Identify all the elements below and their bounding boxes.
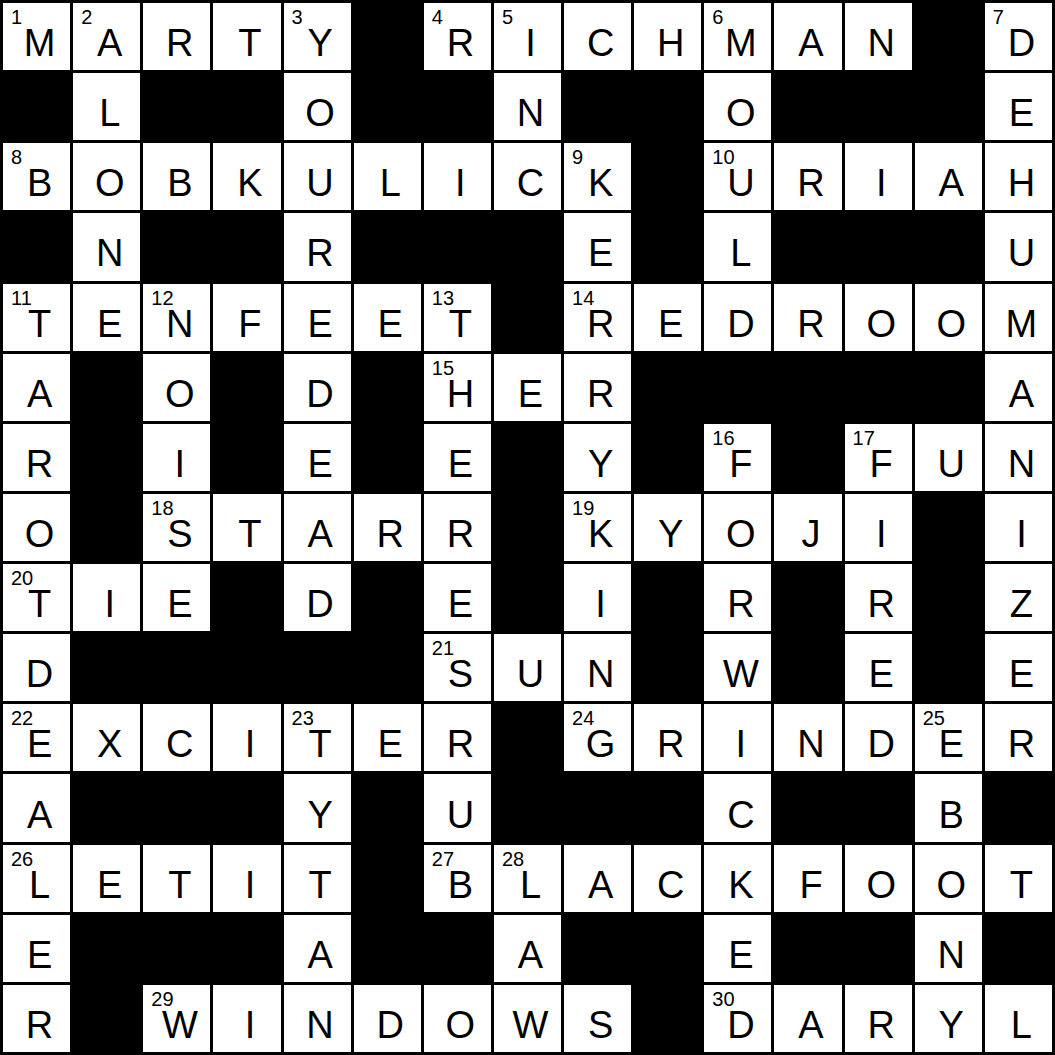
block-r1c8: [564, 73, 631, 140]
cell-r5c4[interactable]: D: [284, 354, 351, 421]
cell-r4c1[interactable]: E: [73, 284, 140, 351]
block-r11c8: [564, 774, 631, 841]
cell-r12c4[interactable]: T: [284, 845, 351, 912]
cell-r4c10[interactable]: D: [704, 284, 771, 351]
cell-letter: N: [845, 3, 912, 70]
cell-r12c6[interactable]: 27B: [424, 845, 491, 912]
cell-letter: B: [424, 845, 491, 912]
cell-r1c10[interactable]: O: [704, 73, 771, 140]
cell-r2c13[interactable]: A: [915, 143, 982, 210]
block-r8c9: [634, 564, 701, 631]
cell-letter: E: [564, 213, 631, 280]
cell-r0c6[interactable]: 4R: [424, 3, 491, 70]
cell-r4c0[interactable]: 11T: [3, 284, 70, 351]
cell-letter: F: [845, 424, 912, 491]
cell-r13c0[interactable]: E: [3, 915, 70, 982]
block-r6c11: [774, 424, 841, 491]
cell-r10c12[interactable]: D: [845, 704, 912, 771]
cell-r10c6[interactable]: R: [424, 704, 491, 771]
cell-r8c4[interactable]: D: [284, 564, 351, 631]
cell-r7c8[interactable]: 19K: [564, 494, 631, 561]
cell-letter: A: [3, 354, 70, 421]
block-r12c5: [354, 845, 421, 912]
cell-letter: U: [704, 143, 771, 210]
cell-r4c3[interactable]: F: [213, 284, 280, 351]
cell-letter: D: [985, 3, 1052, 70]
cell-r10c0[interactable]: 22E: [3, 704, 70, 771]
cell-r2c2[interactable]: B: [143, 143, 210, 210]
cell-r9c0[interactable]: D: [3, 634, 70, 701]
cell-r10c13[interactable]: 25E: [915, 704, 982, 771]
cell-r6c0[interactable]: R: [3, 424, 70, 491]
block-r6c1: [73, 424, 140, 491]
cell-letter: E: [284, 424, 351, 491]
block-r1c12: [845, 73, 912, 140]
cell-r11c13[interactable]: B: [915, 774, 982, 841]
cell-r2c14[interactable]: H: [985, 143, 1052, 210]
cell-letter: N: [564, 634, 631, 701]
block-r1c9: [634, 73, 701, 140]
cell-letter: E: [3, 704, 70, 771]
block-r5c5: [354, 354, 421, 421]
cell-r2c12[interactable]: I: [845, 143, 912, 210]
cell-letter: R: [704, 564, 771, 631]
cell-letter: E: [424, 424, 491, 491]
cell-letter: U: [494, 634, 561, 701]
cell-r4c4[interactable]: E: [284, 284, 351, 351]
block-r5c3: [213, 354, 280, 421]
cell-r6c13[interactable]: U: [915, 424, 982, 491]
cell-r2c10[interactable]: 10U: [704, 143, 771, 210]
cell-r11c6[interactable]: U: [424, 774, 491, 841]
cell-r6c6[interactable]: E: [424, 424, 491, 491]
cell-letter: I: [845, 494, 912, 561]
cell-r5c2[interactable]: O: [143, 354, 210, 421]
cell-r9c6[interactable]: 21S: [424, 634, 491, 701]
cell-letter: E: [73, 284, 140, 351]
cell-r4c13[interactable]: O: [915, 284, 982, 351]
cell-letter: E: [985, 634, 1052, 701]
cell-letter: E: [3, 915, 70, 982]
cell-letter: E: [73, 845, 140, 912]
cell-r11c0[interactable]: A: [3, 774, 70, 841]
cell-letter: L: [354, 143, 421, 210]
cell-r2c3[interactable]: K: [213, 143, 280, 210]
cell-letter: B: [3, 143, 70, 210]
block-r9c9: [634, 634, 701, 701]
cell-r12c9[interactable]: C: [634, 845, 701, 912]
cell-letter: A: [284, 494, 351, 561]
cell-letter: T: [213, 3, 280, 70]
cell-letter: U: [915, 424, 982, 491]
cell-r3c1[interactable]: N: [73, 213, 140, 280]
cell-letter: F: [704, 424, 771, 491]
cell-r0c4[interactable]: 3Y: [284, 3, 351, 70]
cell-letter: B: [915, 774, 982, 841]
block-r3c7: [494, 213, 561, 280]
cell-r10c10[interactable]: I: [704, 704, 771, 771]
block-r5c9: [634, 354, 701, 421]
cell-letter: E: [634, 284, 701, 351]
cell-r6c14[interactable]: N: [985, 424, 1052, 491]
cell-r2c8[interactable]: 9K: [564, 143, 631, 210]
cell-r4c9[interactable]: E: [634, 284, 701, 351]
cell-r1c7[interactable]: N: [494, 73, 561, 140]
cell-r5c7[interactable]: E: [494, 354, 561, 421]
cell-r2c6[interactable]: I: [424, 143, 491, 210]
block-r3c11: [774, 213, 841, 280]
cell-r6c8[interactable]: Y: [564, 424, 631, 491]
cell-letter: C: [634, 845, 701, 912]
cell-letter: L: [985, 985, 1052, 1052]
block-r1c0: [3, 73, 70, 140]
cell-r10c8[interactable]: 24G: [564, 704, 631, 771]
cell-r4c6[interactable]: 13T: [424, 284, 491, 351]
cell-r6c4[interactable]: E: [284, 424, 351, 491]
cell-r10c9[interactable]: R: [634, 704, 701, 771]
cell-r11c10[interactable]: C: [704, 774, 771, 841]
cell-letter: I: [213, 845, 280, 912]
block-r8c11: [774, 564, 841, 631]
cell-r0c12[interactable]: N: [845, 3, 912, 70]
cell-letter: E: [985, 73, 1052, 140]
cell-letter: A: [73, 3, 140, 70]
block-r5c10: [704, 354, 771, 421]
cell-r10c5[interactable]: E: [354, 704, 421, 771]
block-r7c13: [915, 494, 982, 561]
cell-r2c5[interactable]: L: [354, 143, 421, 210]
cell-letter: U: [985, 213, 1052, 280]
cell-r12c8[interactable]: A: [564, 845, 631, 912]
cell-r12c1[interactable]: E: [73, 845, 140, 912]
cell-letter: I: [845, 143, 912, 210]
cell-letter: A: [985, 354, 1052, 421]
cell-r2c0[interactable]: 8B: [3, 143, 70, 210]
cell-letter: L: [3, 845, 70, 912]
cell-letter: A: [3, 774, 70, 841]
cell-letter: T: [213, 494, 280, 561]
block-r3c9: [634, 213, 701, 280]
cell-r1c4[interactable]: O: [284, 73, 351, 140]
cell-letter: F: [774, 845, 841, 912]
cell-letter: A: [774, 3, 841, 70]
cell-letter: X: [73, 704, 140, 771]
block-r5c12: [845, 354, 912, 421]
cell-r5c6[interactable]: 15H: [424, 354, 491, 421]
cell-r0c9[interactable]: H: [634, 3, 701, 70]
cell-r3c8[interactable]: E: [564, 213, 631, 280]
cell-r12c13[interactable]: O: [915, 845, 982, 912]
cell-r7c2[interactable]: 18S: [143, 494, 210, 561]
cell-letter: T: [284, 704, 351, 771]
cell-letter: D: [845, 704, 912, 771]
cell-r0c10[interactable]: 6M: [704, 3, 771, 70]
cell-r2c1[interactable]: O: [73, 143, 140, 210]
cell-r9c10[interactable]: W: [704, 634, 771, 701]
cell-letter: R: [845, 564, 912, 631]
cell-r3c14[interactable]: U: [985, 213, 1052, 280]
cell-r8c0[interactable]: 20T: [3, 564, 70, 631]
cell-letter: E: [143, 564, 210, 631]
cell-r2c11[interactable]: R: [774, 143, 841, 210]
cell-letter: A: [564, 845, 631, 912]
cell-r12c2[interactable]: T: [143, 845, 210, 912]
cell-letter: E: [704, 915, 771, 982]
cell-r7c12[interactable]: I: [845, 494, 912, 561]
cell-r7c10[interactable]: O: [704, 494, 771, 561]
block-r13c9: [634, 915, 701, 982]
cell-r12c10[interactable]: K: [704, 845, 771, 912]
cell-letter: U: [424, 774, 491, 841]
block-r1c2: [143, 73, 210, 140]
cell-letter: B: [143, 143, 210, 210]
cell-r7c11[interactable]: J: [774, 494, 841, 561]
cell-letter: L: [494, 845, 561, 912]
cell-letter: R: [354, 494, 421, 561]
cell-letter: A: [774, 985, 841, 1052]
block-r1c13: [915, 73, 982, 140]
block-r11c5: [354, 774, 421, 841]
cell-r14c11[interactable]: A: [774, 985, 841, 1052]
block-r0c13: [915, 3, 982, 70]
cell-letter: Y: [915, 985, 982, 1052]
cell-r0c0[interactable]: 1M: [3, 3, 70, 70]
cell-r7c14[interactable]: I: [985, 494, 1052, 561]
cell-r2c7[interactable]: C: [494, 143, 561, 210]
cell-r12c3[interactable]: I: [213, 845, 280, 912]
cell-letter: T: [284, 845, 351, 912]
block-r3c13: [915, 213, 982, 280]
cell-r7c3[interactable]: T: [213, 494, 280, 561]
cell-r0c7[interactable]: 5I: [494, 3, 561, 70]
block-r13c2: [143, 915, 210, 982]
cell-r12c0[interactable]: 26L: [3, 845, 70, 912]
cell-r13c13[interactable]: N: [915, 915, 982, 982]
cell-letter: O: [704, 73, 771, 140]
cell-r4c5[interactable]: E: [354, 284, 421, 351]
cell-r7c6[interactable]: R: [424, 494, 491, 561]
block-r3c5: [354, 213, 421, 280]
cell-letter: W: [143, 985, 210, 1052]
cell-letter: M: [704, 3, 771, 70]
cell-r0c8[interactable]: C: [564, 3, 631, 70]
cell-r0c14[interactable]: 7D: [985, 3, 1052, 70]
cell-r14c2[interactable]: 29W: [143, 985, 210, 1052]
cell-r10c11[interactable]: N: [774, 704, 841, 771]
cell-letter: C: [494, 143, 561, 210]
cell-r4c11[interactable]: R: [774, 284, 841, 351]
cell-r8c8[interactable]: I: [564, 564, 631, 631]
block-r1c3: [213, 73, 280, 140]
cell-r6c12[interactable]: 17F: [845, 424, 912, 491]
cell-r14c14[interactable]: L: [985, 985, 1052, 1052]
cell-r13c7[interactable]: A: [494, 915, 561, 982]
cell-r14c4[interactable]: N: [284, 985, 351, 1052]
cell-r4c14[interactable]: M: [985, 284, 1052, 351]
cell-r0c11[interactable]: A: [774, 3, 841, 70]
cell-r12c11[interactable]: F: [774, 845, 841, 912]
cell-letter: T: [424, 284, 491, 351]
block-r9c13: [915, 634, 982, 701]
cell-r0c2[interactable]: R: [143, 3, 210, 70]
cell-letter: O: [915, 845, 982, 912]
cell-r10c3[interactable]: I: [213, 704, 280, 771]
cell-letter: Y: [564, 424, 631, 491]
cell-r7c0[interactable]: O: [3, 494, 70, 561]
cell-letter: R: [284, 213, 351, 280]
cell-r7c4[interactable]: A: [284, 494, 351, 561]
cell-letter: T: [3, 284, 70, 351]
cell-letter: E: [354, 704, 421, 771]
cell-r8c6[interactable]: E: [424, 564, 491, 631]
cell-r9c14[interactable]: E: [985, 634, 1052, 701]
cell-letter: E: [494, 354, 561, 421]
cell-letter: S: [143, 494, 210, 561]
cell-r4c12[interactable]: O: [845, 284, 912, 351]
cell-r12c12[interactable]: O: [845, 845, 912, 912]
cell-letter: I: [564, 564, 631, 631]
cell-letter: O: [3, 494, 70, 561]
cell-r10c4[interactable]: 23T: [284, 704, 351, 771]
cell-r14c3[interactable]: I: [213, 985, 280, 1052]
cell-letter: N: [985, 424, 1052, 491]
cell-r5c14[interactable]: A: [985, 354, 1052, 421]
block-r5c11: [774, 354, 841, 421]
block-r0c5: [354, 3, 421, 70]
block-r1c5: [354, 73, 421, 140]
cell-r1c1[interactable]: L: [73, 73, 140, 140]
block-r6c3: [213, 424, 280, 491]
cell-r0c3[interactable]: T: [213, 3, 280, 70]
cell-r7c9[interactable]: Y: [634, 494, 701, 561]
block-r10c7: [494, 704, 561, 771]
cell-letter: F: [213, 284, 280, 351]
cell-letter: N: [494, 73, 561, 140]
cell-letter: K: [704, 845, 771, 912]
block-r11c12: [845, 774, 912, 841]
cell-letter: N: [73, 213, 140, 280]
cell-letter: D: [704, 985, 771, 1052]
cell-r10c14[interactable]: R: [985, 704, 1052, 771]
cell-letter: O: [704, 494, 771, 561]
cell-letter: R: [3, 424, 70, 491]
cell-r3c4[interactable]: R: [284, 213, 351, 280]
cell-r9c8[interactable]: N: [564, 634, 631, 701]
block-r9c11: [774, 634, 841, 701]
block-r7c7: [494, 494, 561, 561]
cell-r6c2[interactable]: I: [143, 424, 210, 491]
cell-r14c13[interactable]: Y: [915, 985, 982, 1052]
cell-r3c10[interactable]: L: [704, 213, 771, 280]
block-r1c11: [774, 73, 841, 140]
cell-r12c14[interactable]: T: [985, 845, 1052, 912]
cell-r13c4[interactable]: A: [284, 915, 351, 982]
block-r11c2: [143, 774, 210, 841]
block-r5c13: [915, 354, 982, 421]
cell-letter: T: [143, 845, 210, 912]
cell-r8c10[interactable]: R: [704, 564, 771, 631]
cell-r2c4[interactable]: U: [284, 143, 351, 210]
cell-letter: C: [564, 3, 631, 70]
block-r11c9: [634, 774, 701, 841]
cell-r6c10[interactable]: 16F: [704, 424, 771, 491]
cell-r5c0[interactable]: A: [3, 354, 70, 421]
cell-r14c10[interactable]: 30D: [704, 985, 771, 1052]
cell-r14c12[interactable]: R: [845, 985, 912, 1052]
cell-letter: K: [564, 494, 631, 561]
cell-r8c1[interactable]: I: [73, 564, 140, 631]
block-r13c12: [845, 915, 912, 982]
block-r13c1: [73, 915, 140, 982]
cell-letter: Y: [634, 494, 701, 561]
cell-r7c5[interactable]: R: [354, 494, 421, 561]
cell-letter: K: [564, 143, 631, 210]
cell-r14c7[interactable]: W: [494, 985, 561, 1052]
cell-letter: S: [424, 634, 491, 701]
block-r9c3: [213, 634, 280, 701]
cell-letter: R: [985, 704, 1052, 771]
cell-letter: W: [704, 634, 771, 701]
block-r3c6: [424, 213, 491, 280]
block-r11c11: [774, 774, 841, 841]
cell-letter: R: [424, 3, 491, 70]
block-r9c1: [73, 634, 140, 701]
cell-letter: O: [284, 73, 351, 140]
cell-letter: D: [284, 564, 351, 631]
cell-letter: O: [143, 354, 210, 421]
cell-letter: R: [3, 985, 70, 1052]
cell-r5c8[interactable]: R: [564, 354, 631, 421]
block-r9c2: [143, 634, 210, 701]
cell-r13c10[interactable]: E: [704, 915, 771, 982]
block-r5c1: [73, 354, 140, 421]
cell-r8c12[interactable]: R: [845, 564, 912, 631]
cell-r10c1[interactable]: X: [73, 704, 140, 771]
cell-r8c14[interactable]: Z: [985, 564, 1052, 631]
cell-letter: N: [284, 985, 351, 1052]
cell-r1c14[interactable]: E: [985, 73, 1052, 140]
block-r3c2: [143, 213, 210, 280]
cell-letter: C: [704, 774, 771, 841]
cell-r14c6[interactable]: O: [424, 985, 491, 1052]
cell-letter: R: [424, 494, 491, 561]
cell-r0c1[interactable]: 2A: [73, 3, 140, 70]
cell-letter: T: [985, 845, 1052, 912]
cell-r14c8[interactable]: S: [564, 985, 631, 1052]
block-r13c5: [354, 915, 421, 982]
cell-r14c0[interactable]: R: [3, 985, 70, 1052]
cell-r4c8[interactable]: 14R: [564, 284, 631, 351]
cell-r14c5[interactable]: D: [354, 985, 421, 1052]
cell-r11c4[interactable]: Y: [284, 774, 351, 841]
cell-letter: I: [985, 494, 1052, 561]
cell-r9c12[interactable]: E: [845, 634, 912, 701]
cell-letter: I: [704, 704, 771, 771]
cell-r10c2[interactable]: C: [143, 704, 210, 771]
cell-r9c7[interactable]: U: [494, 634, 561, 701]
cell-letter: Y: [284, 774, 351, 841]
block-r11c1: [73, 774, 140, 841]
cell-letter: R: [634, 704, 701, 771]
cell-letter: I: [213, 985, 280, 1052]
cell-r12c7[interactable]: 28L: [494, 845, 561, 912]
block-r8c3: [213, 564, 280, 631]
cell-r4c2[interactable]: 12N: [143, 284, 210, 351]
cell-letter: R: [564, 354, 631, 421]
cell-letter: N: [915, 915, 982, 982]
cell-letter: M: [3, 3, 70, 70]
cell-r8c2[interactable]: E: [143, 564, 210, 631]
